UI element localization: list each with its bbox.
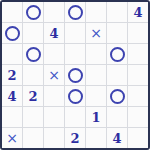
- cell-r1c3[interactable]: [65, 23, 85, 43]
- circle-mark-icon: [68, 89, 83, 104]
- cell-r6c5[interactable]: 4: [107, 128, 127, 148]
- cell-r6c3[interactable]: 2: [65, 128, 85, 148]
- cell-r1c4[interactable]: ×: [86, 23, 106, 43]
- circle-mark-icon: [110, 47, 125, 62]
- cell-r5c1[interactable]: [23, 107, 43, 127]
- cell-r1c5[interactable]: [107, 23, 127, 43]
- cross-mark-icon: ×: [6, 131, 18, 145]
- cell-r5c3[interactable]: [65, 107, 85, 127]
- clue-number: 2: [28, 90, 37, 103]
- cell-r2c0[interactable]: [2, 44, 22, 64]
- cell-r4c6[interactable]: [128, 86, 148, 106]
- cell-r4c1[interactable]: 2: [23, 86, 43, 106]
- cell-r1c1[interactable]: [23, 23, 43, 43]
- cell-r1c2[interactable]: 4: [44, 23, 64, 43]
- circle-mark-icon: [26, 47, 41, 62]
- cell-r0c1[interactable]: [23, 2, 43, 22]
- circle-mark-icon: [110, 89, 125, 104]
- cell-r6c4[interactable]: [86, 128, 106, 148]
- cell-r5c0[interactable]: [2, 107, 22, 127]
- cell-r0c6[interactable]: 4: [128, 2, 148, 22]
- cell-r3c5[interactable]: [107, 65, 127, 85]
- cell-r0c4[interactable]: [86, 2, 106, 22]
- cell-r2c5[interactable]: [107, 44, 127, 64]
- cell-r3c4[interactable]: [86, 65, 106, 85]
- cell-r5c2[interactable]: [44, 107, 64, 127]
- circle-mark-icon: [26, 5, 41, 20]
- cell-r3c0[interactable]: 2: [2, 65, 22, 85]
- clue-number: 4: [49, 27, 58, 40]
- cell-r0c5[interactable]: [107, 2, 127, 22]
- cell-r6c0[interactable]: ×: [2, 128, 22, 148]
- circle-mark-icon: [68, 5, 83, 20]
- cell-r4c4[interactable]: [86, 86, 106, 106]
- cell-r3c1[interactable]: [23, 65, 43, 85]
- cell-r5c5[interactable]: [107, 107, 127, 127]
- cross-mark-icon: ×: [48, 68, 60, 82]
- board: 44×2×421×24: [0, 0, 150, 150]
- clue-number: 2: [7, 69, 16, 82]
- cell-r2c6[interactable]: [128, 44, 148, 64]
- cell-r2c2[interactable]: [44, 44, 64, 64]
- cell-r3c6[interactable]: [128, 65, 148, 85]
- clue-number: 4: [133, 6, 142, 19]
- clue-number: 2: [70, 132, 79, 145]
- cell-r1c6[interactable]: [128, 23, 148, 43]
- clue-number: 4: [112, 132, 121, 145]
- cell-r4c0[interactable]: 4: [2, 86, 22, 106]
- cell-r2c3[interactable]: [65, 44, 85, 64]
- cell-r1c0[interactable]: [2, 23, 22, 43]
- clue-number: 4: [7, 90, 16, 103]
- cell-r0c3[interactable]: [65, 2, 85, 22]
- cell-r2c1[interactable]: [23, 44, 43, 64]
- cell-r4c2[interactable]: [44, 86, 64, 106]
- circle-mark-icon: [5, 26, 20, 41]
- cross-mark-icon: ×: [90, 26, 102, 40]
- cell-r4c3[interactable]: [65, 86, 85, 106]
- circle-mark-icon: [68, 68, 83, 83]
- cell-r0c0[interactable]: [2, 2, 22, 22]
- cell-r6c2[interactable]: [44, 128, 64, 148]
- cell-r0c2[interactable]: [44, 2, 64, 22]
- cell-r2c4[interactable]: [86, 44, 106, 64]
- cell-r5c6[interactable]: [128, 107, 148, 127]
- puzzle-screen: 44×2×421×24: [0, 0, 150, 150]
- cell-r6c6[interactable]: [128, 128, 148, 148]
- cell-r6c1[interactable]: [23, 128, 43, 148]
- cell-r4c5[interactable]: [107, 86, 127, 106]
- cell-r5c4[interactable]: 1: [86, 107, 106, 127]
- cell-r3c2[interactable]: ×: [44, 65, 64, 85]
- clue-number: 1: [91, 111, 100, 124]
- cell-r3c3[interactable]: [65, 65, 85, 85]
